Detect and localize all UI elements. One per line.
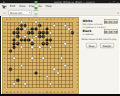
black-stone-J5 (34, 71, 37, 74)
row-label: 1 (76, 87, 80, 89)
black-stone-M13 (45, 42, 48, 45)
pass-button[interactable]: Pass (86, 43, 97, 48)
white-clock: 00:09:04 (104, 19, 118, 24)
menu-bar: FileEditViewPlayGoHelp (0, 4, 120, 9)
white-player-label: White (83, 19, 93, 23)
white-stone-Q9 (60, 57, 63, 60)
row-label: 2 (76, 83, 80, 85)
resign-toolbar-button[interactable]: Resign (33, 6, 39, 12)
grid-line-vertical (65, 22, 66, 88)
row-label: 13 (3, 43, 7, 45)
row-label: 16 (76, 32, 80, 34)
row-label: 19 (3, 21, 7, 23)
white-stone-L9 (42, 57, 45, 60)
row-label: 6 (3, 68, 7, 70)
white-stone-C2 (12, 82, 15, 85)
menu-item-help[interactable]: Help (46, 3, 52, 8)
grid-line-horizontal (7, 88, 73, 89)
white-stone-R13 (64, 42, 67, 45)
row-label: 3 (3, 79, 7, 81)
tool-selector-label: Move tool (10, 11, 22, 14)
row-label: 6 (76, 68, 80, 70)
white-stone-H14 (31, 38, 34, 41)
resign-toolbar-label: Resign (34, 10, 39, 12)
row-label: 15 (76, 35, 80, 37)
menu-item-edit[interactable]: Edit (10, 3, 15, 8)
white-stone-P5 (56, 71, 59, 74)
white-stone-F2 (23, 82, 26, 85)
grid-line-horizontal (7, 58, 73, 59)
row-label: 9 (76, 57, 80, 59)
black-stone-J17 (34, 27, 37, 30)
black-stone-L16 (42, 31, 45, 34)
black-stone-D15 (16, 35, 19, 38)
white-stone-E7 (20, 64, 23, 67)
grid-line-vertical (54, 22, 55, 88)
white-stone-C9 (12, 57, 15, 60)
row-label: 8 (3, 61, 7, 63)
white-stone-F15 (23, 35, 26, 38)
grid-line-horizontal (7, 84, 73, 85)
row-label: 13 (76, 43, 80, 45)
white-stone-N16 (49, 31, 52, 34)
white-stone-H12 (31, 46, 34, 49)
white-stone-E19 (20, 20, 23, 23)
row-label: 18 (3, 24, 7, 26)
row-label: 15 (3, 35, 7, 37)
white-stone-R7 (64, 64, 67, 67)
resign-button[interactable]: Resign (100, 43, 114, 48)
row-label: 14 (3, 39, 7, 41)
black-stone-T16 (71, 31, 74, 34)
grid-line-vertical (69, 22, 70, 88)
white-stone-J19 (34, 20, 37, 23)
white-stone-M4 (45, 75, 48, 78)
column-label: T (71, 18, 75, 20)
row-label: 19 (76, 21, 80, 23)
row-label: 7 (76, 65, 80, 67)
row-label: 12 (3, 46, 7, 48)
game-info-panel: White Main time: 0:10:00 0 captures + 0.… (80, 17, 119, 94)
row-label: 11 (76, 50, 80, 52)
row-label: 1 (3, 87, 7, 89)
column-label: T (71, 91, 75, 93)
menu-item-view[interactable]: View (19, 3, 26, 8)
white-stone-E12 (20, 46, 23, 49)
black-stone-B11 (9, 49, 12, 52)
row-label: 7 (3, 65, 7, 67)
window-left-border (0, 16, 1, 94)
pass-toolbar-label: Pass (34, 4, 37, 6)
row-label: 4 (3, 76, 7, 78)
row-label: 18 (76, 24, 80, 26)
black-stone-C12 (12, 46, 15, 49)
white-stone-N2 (49, 82, 52, 85)
row-label: 11 (3, 50, 7, 52)
grid-line-vertical (58, 22, 59, 88)
row-label: 17 (3, 28, 7, 30)
black-stone-K18 (38, 24, 41, 27)
black-clock: 00:08:58 (104, 29, 118, 34)
row-label: 10 (76, 54, 80, 56)
row-label: 12 (76, 46, 80, 48)
grid-line-horizontal (7, 62, 73, 63)
tool-selector-dropdown[interactable]: Move tool ▾ (9, 10, 32, 15)
grid-line-horizontal (7, 69, 73, 70)
white-stone-H9 (31, 57, 34, 60)
black-stone-N14 (49, 38, 52, 41)
application-window: Game: White vs. Black — Quarry ─□× FileE… (0, 0, 120, 96)
black-player-label: Black (83, 29, 92, 33)
black-stone-D3 (16, 79, 19, 82)
black-stone-D16 (16, 31, 19, 34)
white-stone-F17 (23, 27, 26, 30)
chevron-down-icon: ▾ (29, 11, 30, 14)
white-stone-K12 (38, 46, 41, 49)
star-point (17, 76, 18, 77)
row-label: 2 (3, 83, 7, 85)
white-stone-J15 (34, 35, 37, 38)
row-label: 8 (76, 61, 80, 63)
black-stone-B6 (9, 68, 12, 71)
toolbar-overflow-button[interactable]: » (117, 11, 119, 15)
black-info-line-1: 0 captures (83, 33, 94, 36)
black-stone-D13 (16, 42, 19, 45)
go-board[interactable]: AABBCCDDEEFFGGHHJJKKLLMMNNOOPPQQRRSSTT19… (2, 17, 79, 94)
grid-line-horizontal (7, 73, 73, 74)
row-label: 14 (76, 39, 80, 41)
white-stone-N12 (49, 46, 52, 49)
white-stone-O6 (53, 68, 56, 71)
white-stone-R18 (64, 24, 67, 27)
star-point (17, 54, 18, 55)
white-stone-S17 (67, 27, 70, 30)
white-stone-O18 (53, 24, 56, 27)
toolbar: □◆■◄►«» Move tool ▾ PassResignAdjournSco… (0, 9, 120, 16)
row-label: 5 (76, 72, 80, 74)
black-stone-H16 (31, 31, 34, 34)
row-label: 16 (3, 32, 7, 34)
black-stone-L13 (42, 42, 45, 45)
row-label: 4 (76, 76, 80, 78)
black-stone-L15 (42, 35, 45, 38)
row-label: 5 (3, 72, 7, 74)
window-bottom-border (0, 94, 120, 96)
row-label: 10 (3, 54, 7, 56)
row-label: 3 (76, 79, 80, 81)
star-point (61, 32, 62, 33)
move-status-line: White moved at N2; black to play (82, 38, 119, 41)
row-label: 17 (76, 28, 80, 30)
row-label: 9 (3, 57, 7, 59)
